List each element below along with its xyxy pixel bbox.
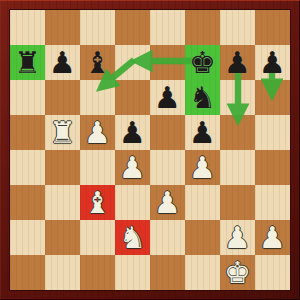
- piece-black-rook-a7[interactable]: ♜: [10, 45, 45, 80]
- chess-board: ♜♟♝♚♟♟♟♞♜♟♟♟♟♟♝♟♞♟♟♚: [10, 10, 290, 290]
- square-h8[interactable]: [255, 10, 290, 45]
- square-c7[interactable]: ♝: [80, 45, 115, 80]
- square-h3[interactable]: [255, 185, 290, 220]
- piece-black-pawn-d5[interactable]: ♟: [115, 115, 150, 150]
- piece-white-knight-d2[interactable]: ♞: [115, 220, 150, 255]
- piece-black-knight-f6[interactable]: ♞: [185, 80, 220, 115]
- square-g2[interactable]: ♟: [220, 220, 255, 255]
- square-d6[interactable]: [115, 80, 150, 115]
- square-c2[interactable]: [80, 220, 115, 255]
- square-g7[interactable]: ♟: [220, 45, 255, 80]
- piece-white-king-g1[interactable]: ♚: [220, 255, 255, 290]
- piece-white-rook-b5[interactable]: ♜: [45, 115, 80, 150]
- square-c1[interactable]: [80, 255, 115, 290]
- square-c5[interactable]: ♟: [80, 115, 115, 150]
- square-c8[interactable]: [80, 10, 115, 45]
- square-g8[interactable]: [220, 10, 255, 45]
- piece-white-pawn-c5[interactable]: ♟: [80, 115, 115, 150]
- square-g4[interactable]: [220, 150, 255, 185]
- square-f1[interactable]: [185, 255, 220, 290]
- piece-black-king-f7[interactable]: ♚: [185, 45, 220, 80]
- piece-white-pawn-g2[interactable]: ♟: [220, 220, 255, 255]
- square-c3[interactable]: ♝: [80, 185, 115, 220]
- square-h4[interactable]: [255, 150, 290, 185]
- square-b3[interactable]: [45, 185, 80, 220]
- square-e5[interactable]: [150, 115, 185, 150]
- square-e4[interactable]: [150, 150, 185, 185]
- square-b4[interactable]: [45, 150, 80, 185]
- square-b2[interactable]: [45, 220, 80, 255]
- piece-white-pawn-h2[interactable]: ♟: [255, 220, 290, 255]
- piece-white-bishop-c3[interactable]: ♝: [80, 185, 115, 220]
- square-f4[interactable]: ♟: [185, 150, 220, 185]
- square-g3[interactable]: [220, 185, 255, 220]
- square-a3[interactable]: [10, 185, 45, 220]
- square-e2[interactable]: [150, 220, 185, 255]
- square-d2[interactable]: ♞: [115, 220, 150, 255]
- square-e7[interactable]: [150, 45, 185, 80]
- square-d7[interactable]: [115, 45, 150, 80]
- board-frame: ♜♟♝♚♟♟♟♞♜♟♟♟♟♟♝♟♞♟♟♚: [0, 0, 300, 300]
- square-a1[interactable]: [10, 255, 45, 290]
- square-d3[interactable]: [115, 185, 150, 220]
- square-c6[interactable]: [80, 80, 115, 115]
- square-d1[interactable]: [115, 255, 150, 290]
- square-a8[interactable]: [10, 10, 45, 45]
- square-h1[interactable]: [255, 255, 290, 290]
- square-a4[interactable]: [10, 150, 45, 185]
- square-b1[interactable]: [45, 255, 80, 290]
- piece-black-pawn-b7[interactable]: ♟: [45, 45, 80, 80]
- square-e3[interactable]: ♟: [150, 185, 185, 220]
- square-e6[interactable]: ♟: [150, 80, 185, 115]
- square-h7[interactable]: ♟: [255, 45, 290, 80]
- square-a7[interactable]: ♜: [10, 45, 45, 80]
- piece-black-bishop-c7[interactable]: ♝: [80, 45, 115, 80]
- square-a2[interactable]: [10, 220, 45, 255]
- square-d5[interactable]: ♟: [115, 115, 150, 150]
- square-d8[interactable]: [115, 10, 150, 45]
- piece-white-pawn-d4[interactable]: ♟: [115, 150, 150, 185]
- square-f6[interactable]: ♞: [185, 80, 220, 115]
- square-e8[interactable]: [150, 10, 185, 45]
- piece-white-pawn-e3[interactable]: ♟: [150, 185, 185, 220]
- square-d4[interactable]: ♟: [115, 150, 150, 185]
- square-g5[interactable]: [220, 115, 255, 150]
- piece-black-pawn-f5[interactable]: ♟: [185, 115, 220, 150]
- square-f8[interactable]: [185, 10, 220, 45]
- square-a5[interactable]: [10, 115, 45, 150]
- square-h6[interactable]: [255, 80, 290, 115]
- piece-white-pawn-f4[interactable]: ♟: [185, 150, 220, 185]
- square-a6[interactable]: [10, 80, 45, 115]
- square-g6[interactable]: [220, 80, 255, 115]
- chess-diagram: ♜♟♝♚♟♟♟♞♜♟♟♟♟♟♝♟♞♟♟♚: [0, 0, 300, 300]
- board-squares: ♜♟♝♚♟♟♟♞♜♟♟♟♟♟♝♟♞♟♟♚: [10, 10, 290, 290]
- square-b8[interactable]: [45, 10, 80, 45]
- piece-black-pawn-h7[interactable]: ♟: [255, 45, 290, 80]
- square-e1[interactable]: [150, 255, 185, 290]
- square-f5[interactable]: ♟: [185, 115, 220, 150]
- square-f7[interactable]: ♚: [185, 45, 220, 80]
- square-c4[interactable]: [80, 150, 115, 185]
- square-h2[interactable]: ♟: [255, 220, 290, 255]
- piece-black-pawn-e6[interactable]: ♟: [150, 80, 185, 115]
- square-g1[interactable]: ♚: [220, 255, 255, 290]
- square-b5[interactable]: ♜: [45, 115, 80, 150]
- square-f2[interactable]: [185, 220, 220, 255]
- square-b7[interactable]: ♟: [45, 45, 80, 80]
- square-b6[interactable]: [45, 80, 80, 115]
- square-h5[interactable]: [255, 115, 290, 150]
- square-f3[interactable]: [185, 185, 220, 220]
- piece-black-pawn-g7[interactable]: ♟: [220, 45, 255, 80]
